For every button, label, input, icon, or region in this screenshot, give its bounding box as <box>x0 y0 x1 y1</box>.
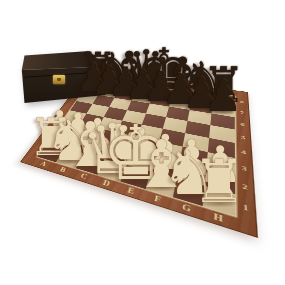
piece-white-rook-h1[interactable]: ♜ <box>192 152 246 212</box>
pieces-layer: ♜♞♝♛♚♝♞♜♟♟♟♟♟♟♟♟♟♟♟♟♟♟♟♟♜♞♝♛♚♝♞♜ <box>0 0 285 285</box>
piece-black-pawn-h7[interactable]: ♟ <box>204 75 243 119</box>
product-photo-stage: ABCDEFGH 87654321 ♜♞♝♛♚♝♞♜♟♟♟♟♟♟♟♟♟♟♟♟♟♟… <box>0 0 285 285</box>
